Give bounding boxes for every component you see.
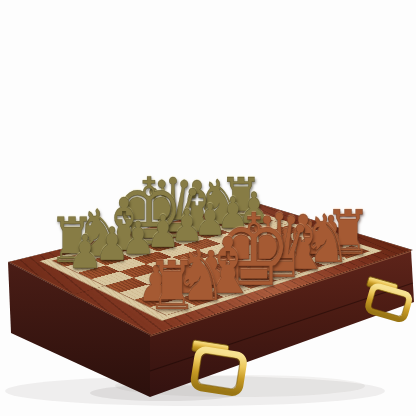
wooden-case [0,0,416,416]
product-photo: ♜♞♝♚♛♝♞♜♟♟♟♟♟♟♟♟♟♟♟♟♟♟♟♟♜♞♝♚♛♝♞♜ [0,0,416,416]
